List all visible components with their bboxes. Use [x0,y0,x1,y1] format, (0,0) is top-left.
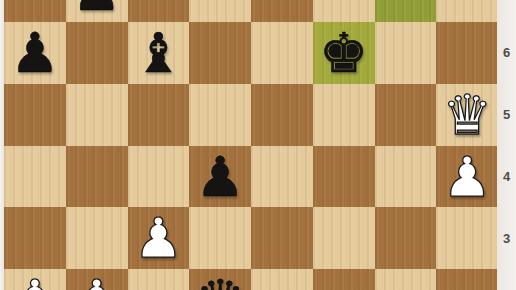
square-d2[interactable]: ♛ [189,269,251,290]
rank-label-4: 4 [497,145,516,207]
square-f3[interactable] [313,207,375,269]
square-a2[interactable]: ♟ [4,269,66,290]
chess-board[interactable]: ♟♟♝♚♛♟♟♟♟♟♛ [4,0,498,290]
black-pawn[interactable]: ♟ [72,0,121,23]
white-queen[interactable]: ♛ [442,85,491,147]
square-c6[interactable]: ♝ [128,22,190,84]
square-e3[interactable] [251,207,313,269]
square-c4[interactable] [128,146,190,208]
square-e7[interactable] [251,0,313,22]
square-f2[interactable] [313,269,375,290]
square-d5[interactable] [189,84,251,146]
square-h4[interactable]: ♟ [436,146,498,208]
black-pawn[interactable]: ♟ [10,23,59,85]
square-c2[interactable] [128,269,190,290]
rank-coordinates-strip: 6543 [497,0,516,290]
square-h6[interactable] [436,22,498,84]
rank-label-3: 3 [497,207,516,269]
square-c5[interactable] [128,84,190,146]
square-h7[interactable] [436,0,498,22]
white-pawn[interactable]: ♟ [134,208,183,270]
square-h2[interactable] [436,269,498,290]
square-c7[interactable] [128,0,190,22]
left-margin [0,0,4,290]
square-b6[interactable] [66,22,128,84]
square-f7[interactable] [313,0,375,22]
square-a5[interactable] [4,84,66,146]
square-f4[interactable] [313,146,375,208]
black-bishop[interactable]: ♝ [134,23,183,85]
square-d6[interactable] [189,22,251,84]
square-f6[interactable]: ♚ [313,22,375,84]
square-e6[interactable] [251,22,313,84]
square-a3[interactable] [4,207,66,269]
square-b4[interactable] [66,146,128,208]
square-e4[interactable] [251,146,313,208]
square-g2[interactable] [375,269,437,290]
square-g5[interactable] [375,84,437,146]
square-b2[interactable]: ♟ [66,269,128,290]
rank-label-5: 5 [497,84,516,146]
rank-label-6: 6 [497,22,516,84]
white-pawn[interactable]: ♟ [10,270,59,290]
square-g7[interactable] [375,0,437,22]
white-pawn[interactable]: ♟ [442,147,491,209]
square-a4[interactable] [4,146,66,208]
square-c3[interactable]: ♟ [128,207,190,269]
square-e2[interactable] [251,269,313,290]
square-d7[interactable] [189,0,251,22]
white-pawn[interactable]: ♟ [72,270,121,290]
square-d3[interactable] [189,207,251,269]
black-king[interactable]: ♚ [319,23,368,85]
square-a6[interactable]: ♟ [4,22,66,84]
square-a7[interactable] [4,0,66,22]
square-g3[interactable] [375,207,437,269]
square-d4[interactable]: ♟ [189,146,251,208]
square-b7[interactable]: ♟ [66,0,128,22]
square-h5[interactable]: ♛ [436,84,498,146]
black-pawn[interactable]: ♟ [195,147,244,209]
square-b3[interactable] [66,207,128,269]
board-viewport: ♟♟♝♚♛♟♟♟♟♟♛ 6543 [0,0,516,290]
square-g4[interactable] [375,146,437,208]
square-e5[interactable] [251,84,313,146]
square-g6[interactable] [375,22,437,84]
square-h3[interactable] [436,207,498,269]
square-b5[interactable] [66,84,128,146]
black-queen[interactable]: ♛ [195,270,244,290]
square-f5[interactable] [313,84,375,146]
